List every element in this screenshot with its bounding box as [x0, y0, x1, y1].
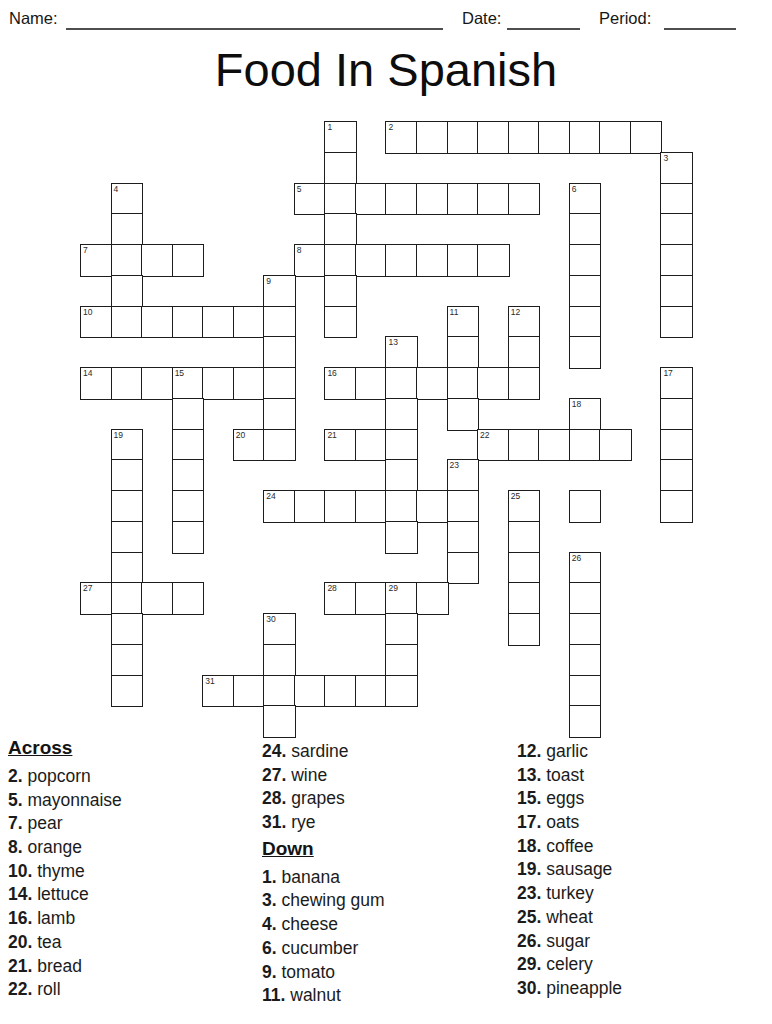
clue-word: orange [23, 837, 82, 857]
grid-cell-r12c16[interactable] [570, 491, 601, 522]
clue-number-label: 16. [8, 908, 32, 928]
grid-cell-r9c10[interactable] [386, 399, 417, 430]
clue-3-down: 3. chewing gum [262, 889, 514, 913]
clue-number-label: 10. [8, 861, 32, 881]
grid-cell-r8c5[interactable] [234, 368, 265, 399]
grid-cell-r0c18[interactable] [631, 122, 662, 153]
grid-cell-r13c10[interactable] [386, 522, 417, 553]
clue-number-label: 13. [517, 765, 541, 785]
grid-cell-r8c2[interactable] [142, 368, 173, 399]
clue-number-label: 17. [517, 812, 541, 832]
grid-cell-r17c1[interactable] [112, 645, 143, 676]
grid-cell-r18c5[interactable] [234, 676, 265, 707]
grid-cell-r18c1[interactable] [112, 676, 143, 707]
clue-word: chewing gum [277, 890, 385, 910]
name-label: Name: [9, 9, 58, 28]
grid-cell-r6c16[interactable] [570, 307, 601, 338]
grid-cell-r6c1[interactable] [112, 307, 143, 338]
grid-cell-r4c16[interactable] [570, 245, 601, 276]
clue-20-across: 20. tea [8, 931, 260, 955]
clue-word: bread [32, 956, 82, 976]
grid-cell-r6c12[interactable]: 11 [448, 307, 479, 338]
grid-cell-r12c3[interactable] [173, 491, 204, 522]
clue-word: wine [286, 765, 327, 785]
grid-cell-r7c16[interactable] [570, 337, 601, 368]
grid-cell-r6c0[interactable]: 10 [81, 307, 112, 338]
grid-cell-r18c10[interactable] [386, 676, 417, 707]
clue-number-8: 8 [297, 246, 302, 255]
clue-word: tea [32, 932, 61, 952]
grid-cell-r8c4[interactable] [203, 368, 234, 399]
clue-word: banana [277, 867, 340, 887]
clue-8-across: 8. orange [8, 836, 260, 860]
clue-13-down: 13. toast [517, 764, 769, 788]
clue-number-26: 26 [572, 554, 581, 563]
grid-cell-r12c11[interactable] [417, 491, 448, 522]
clue-number-label: 29. [517, 954, 541, 974]
grid-cell-r19c16[interactable] [570, 706, 601, 737]
clue-number-label: 31. [262, 812, 286, 832]
grid-cell-r4c19[interactable] [661, 245, 692, 276]
grid-cell-r15c2[interactable] [142, 583, 173, 614]
clue-word: coffee [541, 836, 593, 856]
clue-word: sardine [286, 741, 348, 761]
grid-cell-r16c16[interactable] [570, 614, 601, 645]
clue-9-down: 9. tomato [262, 961, 514, 985]
clue-number-16: 16 [327, 369, 336, 378]
grid-cell-r15c9[interactable] [356, 583, 387, 614]
down-header: Down [262, 838, 514, 860]
clue-word: pear [23, 813, 63, 833]
clue-column-middle: 24. sardine27. wine28. grapes31. ryeDown… [262, 740, 514, 1008]
clue-number-label: 22. [8, 979, 32, 999]
grid-cell-r18c4[interactable]: 31 [203, 676, 234, 707]
period-blank-line[interactable] [664, 12, 736, 30]
grid-cell-r8c0[interactable]: 14 [81, 368, 112, 399]
grid-cell-r13c1[interactable] [112, 522, 143, 553]
grid-cell-r4c13[interactable] [478, 245, 509, 276]
grid-cell-r8c8[interactable]: 16 [325, 368, 356, 399]
clue-number-22: 22 [480, 431, 489, 440]
grid-cell-r5c6[interactable]: 9 [264, 276, 295, 307]
clue-number-19: 19 [114, 431, 123, 440]
clue-word: lettuce [32, 884, 88, 904]
clue-18-down: 18. coffee [517, 835, 769, 859]
grid-cell-r0c12[interactable] [448, 122, 479, 153]
grid-cell-r7c10[interactable]: 13 [386, 337, 417, 368]
grid-cell-r2c1[interactable]: 4 [112, 184, 143, 215]
clue-word: celery [541, 954, 593, 974]
grid-cell-r0c17[interactable] [600, 122, 631, 153]
clue-word: popcorn [23, 766, 91, 786]
grid-cell-r12c8[interactable] [325, 491, 356, 522]
clue-number-28: 28 [327, 584, 336, 593]
grid-cell-r2c14[interactable] [509, 184, 540, 215]
grid-cell-r4c7[interactable]: 8 [295, 245, 326, 276]
grid-cell-r10c14[interactable] [509, 430, 540, 461]
grid-cell-r11c3[interactable] [173, 460, 204, 491]
grid-cell-r5c16[interactable] [570, 276, 601, 307]
clue-number-label: 24. [262, 741, 286, 761]
grid-cell-r18c16[interactable] [570, 676, 601, 707]
clue-number-label: 2. [8, 766, 23, 786]
clue-10-across: 10. thyme [8, 860, 260, 884]
clue-number-25: 25 [511, 492, 520, 501]
grid-cell-r10c13[interactable]: 22 [478, 430, 509, 461]
clue-number-label: 8. [8, 837, 23, 857]
clue-31-across: 31. rye [262, 811, 514, 835]
date-label: Date: [462, 9, 501, 28]
clue-number-label: 14. [8, 884, 32, 904]
grid-cell-r10c6[interactable] [264, 430, 295, 461]
grid-cell-r16c10[interactable] [386, 614, 417, 645]
clue-17-down: 17. oats [517, 811, 769, 835]
clue-word: rye [286, 812, 315, 832]
grid-cell-r8c1[interactable] [112, 368, 143, 399]
clue-word: toast [541, 765, 584, 785]
clue-number-label: 30. [517, 978, 541, 998]
grid-cell-r11c1[interactable] [112, 460, 143, 491]
clue-number-10: 10 [83, 308, 92, 317]
grid-cell-r4c11[interactable] [417, 245, 448, 276]
grid-cell-r0c16[interactable] [570, 122, 601, 153]
puzzle-title: Food In Spanish [0, 42, 772, 97]
grid-cell-r10c19[interactable] [661, 430, 692, 461]
clue-4-down: 4. cheese [262, 913, 514, 937]
clue-number-9: 9 [266, 277, 271, 286]
grid-cell-r9c12[interactable] [448, 399, 479, 430]
grid-cell-r10c3[interactable] [173, 430, 204, 461]
grid-cell-r0c11[interactable] [417, 122, 448, 153]
grid-cell-r6c8[interactable] [325, 307, 356, 338]
clue-14-across: 14. lettuce [8, 883, 260, 907]
grid-cell-r10c8[interactable]: 21 [325, 430, 356, 461]
clue-word: sugar [541, 931, 590, 951]
grid-cell-r15c16[interactable] [570, 583, 601, 614]
grid-cell-r18c9[interactable] [356, 676, 387, 707]
period-label: Period: [599, 9, 651, 28]
grid-cell-r17c6[interactable] [264, 645, 295, 676]
clue-word: eggs [541, 788, 584, 808]
clue-15-down: 15. eggs [517, 787, 769, 811]
clue-22-across: 22. roll [8, 978, 260, 1002]
grid-cell-r2c12[interactable] [448, 184, 479, 215]
clue-24-across: 24. sardine [262, 740, 514, 764]
grid-cell-r9c16[interactable]: 18 [570, 399, 601, 430]
clue-29-down: 29. celery [517, 953, 769, 977]
clue-number-label: 5. [8, 790, 23, 810]
grid-cell-r10c1[interactable]: 19 [112, 430, 143, 461]
across-header: Across [8, 737, 260, 759]
grid-cell-r13c3[interactable] [173, 522, 204, 553]
grid-cell-r2c7[interactable]: 5 [295, 184, 326, 215]
grid-cell-r15c14[interactable] [509, 583, 540, 614]
grid-cell-r14c14[interactable] [509, 553, 540, 584]
clue-word: garlic [541, 741, 588, 761]
grid-cell-r12c6[interactable]: 24 [264, 491, 295, 522]
clue-number-label: 7. [8, 813, 23, 833]
grid-cell-r14c12[interactable] [448, 553, 479, 584]
clue-word: pineapple [541, 978, 622, 998]
grid-cell-r13c12[interactable] [448, 522, 479, 553]
grid-cell-r0c10[interactable]: 2 [386, 122, 417, 153]
grid-cell-r6c6[interactable] [264, 307, 295, 338]
grid-cell-r15c3[interactable] [173, 583, 204, 614]
grid-cell-r8c12[interactable] [448, 368, 479, 399]
grid-cell-r5c1[interactable] [112, 276, 143, 307]
grid-cell-r18c6[interactable] [264, 676, 295, 707]
grid-cell-r7c6[interactable] [264, 337, 295, 368]
grid-cell-r18c8[interactable] [325, 676, 356, 707]
grid-cell-r0c15[interactable] [539, 122, 570, 153]
clue-28-across: 28. grapes [262, 787, 514, 811]
crossword-worksheet: Name: Date: Period: Food In Spanish 1234… [0, 0, 772, 1024]
grid-cell-r9c3[interactable] [173, 399, 204, 430]
clue-number-11: 11 [450, 308, 459, 317]
grid-cell-r12c1[interactable] [112, 491, 143, 522]
grid-cell-r15c11[interactable] [417, 583, 448, 614]
grid-cell-r12c19[interactable] [661, 491, 692, 522]
grid-cell-r2c8[interactable] [325, 184, 356, 215]
grid-cell-r0c13[interactable] [478, 122, 509, 153]
clue-word: oats [541, 812, 579, 832]
grid-cell-r14c1[interactable] [112, 553, 143, 584]
grid-cell-r8c9[interactable] [356, 368, 387, 399]
clue-word: tomato [277, 962, 335, 982]
grid-cell-r16c6[interactable]: 30 [264, 614, 295, 645]
clue-number-23: 23 [450, 461, 459, 470]
clue-number-12: 12 [511, 308, 520, 317]
grid-cell-r10c5[interactable]: 20 [234, 430, 265, 461]
grid-cell-r9c19[interactable] [661, 399, 692, 430]
clue-number-label: 3. [262, 890, 277, 910]
clue-number-label: 12. [517, 741, 541, 761]
grid-cell-r7c12[interactable] [448, 337, 479, 368]
grid-cell-r4c1[interactable] [112, 245, 143, 276]
clue-word: mayonnaise [23, 790, 122, 810]
grid-cell-r10c17[interactable] [600, 430, 631, 461]
grid-cell-r8c13[interactable] [478, 368, 509, 399]
grid-cell-r2c10[interactable] [386, 184, 417, 215]
grid-cell-r12c12[interactable] [448, 491, 479, 522]
clue-number-label: 25. [517, 907, 541, 927]
grid-cell-r5c8[interactable] [325, 276, 356, 307]
grid-cell-r6c5[interactable] [234, 307, 265, 338]
grid-cell-r16c1[interactable] [112, 614, 143, 645]
clue-number-label: 1. [262, 867, 277, 887]
clue-number-29: 29 [388, 584, 397, 593]
grid-cell-r8c19[interactable]: 17 [661, 368, 692, 399]
clue-number-label: 27. [262, 765, 286, 785]
grid-cell-r1c8[interactable] [325, 153, 356, 184]
grid-cell-r15c10[interactable]: 29 [386, 583, 417, 614]
clue-number-label: 26. [517, 931, 541, 951]
name-blank-line[interactable] [66, 12, 443, 30]
clue-number-20: 20 [236, 431, 245, 440]
grid-cell-r7c14[interactable] [509, 337, 540, 368]
grid-cell-r4c0[interactable]: 7 [81, 245, 112, 276]
clue-number-7: 7 [83, 246, 88, 255]
grid-cell-r15c1[interactable] [112, 583, 143, 614]
clue-number-label: 19. [517, 859, 541, 879]
clue-30-down: 30. pineapple [517, 977, 769, 1001]
clue-7-across: 7. pear [8, 812, 260, 836]
grid-cell-r6c2[interactable] [142, 307, 173, 338]
clue-number-label: 18. [517, 836, 541, 856]
clue-number-24: 24 [266, 492, 275, 501]
clue-number-label: 11. [262, 985, 285, 1005]
grid-cell-r2c11[interactable] [417, 184, 448, 215]
grid-cell-r6c19[interactable] [661, 307, 692, 338]
clue-number-label: 9. [262, 962, 277, 982]
clue-number-1: 1 [327, 123, 332, 132]
grid-cell-r11c10[interactable] [386, 460, 417, 491]
grid-cell-r8c10[interactable] [386, 368, 417, 399]
grid-cell-r3c8[interactable] [325, 214, 356, 245]
clue-number-14: 14 [83, 369, 92, 378]
grid-cell-r16c14[interactable] [509, 614, 540, 645]
grid-cell-r17c16[interactable] [570, 645, 601, 676]
crossword-grid: 1234567891011121314151617181920212223242… [81, 122, 692, 737]
clue-word: cucumber [277, 938, 359, 958]
grid-cell-r4c2[interactable] [142, 245, 173, 276]
clue-6-down: 6. cucumber [262, 937, 514, 961]
clue-number-30: 30 [266, 615, 275, 624]
grid-cell-r3c19[interactable] [661, 214, 692, 245]
clue-word: walnut [285, 985, 340, 1005]
grid-cell-r17c10[interactable] [386, 645, 417, 676]
clue-21-across: 21. bread [8, 955, 260, 979]
grid-cell-r1c19[interactable]: 3 [661, 153, 692, 184]
clue-number-15: 15 [175, 369, 184, 378]
clue-number-4: 4 [114, 185, 119, 194]
clue-1-down: 1. banana [262, 866, 514, 890]
clue-word: grapes [286, 788, 344, 808]
grid-cell-r6c14[interactable]: 12 [509, 307, 540, 338]
clue-27-across: 27. wine [262, 764, 514, 788]
clue-number-label: 4. [262, 914, 277, 934]
grid-cell-r14c16[interactable]: 26 [570, 553, 601, 584]
clue-5-across: 5. mayonnaise [8, 789, 260, 813]
clue-number-label: 28. [262, 788, 286, 808]
clue-number-31: 31 [205, 677, 214, 686]
clue-number-6: 6 [572, 185, 577, 194]
grid-cell-r5c19[interactable] [661, 276, 692, 307]
clue-19-down: 19. sausage [517, 858, 769, 882]
clue-number-label: 6. [262, 938, 277, 958]
clue-word: cheese [277, 914, 338, 934]
grid-cell-r13c14[interactable] [509, 522, 540, 553]
clue-word: roll [32, 979, 60, 999]
grid-cell-r8c6[interactable] [264, 368, 295, 399]
clue-column-across: Across2. popcorn5. mayonnaise7. pear8. o… [8, 737, 260, 1002]
grid-cell-r15c0[interactable]: 27 [81, 583, 112, 614]
grid-cell-r12c7[interactable] [295, 491, 326, 522]
grid-cell-r8c11[interactable] [417, 368, 448, 399]
clue-word: lamb [32, 908, 75, 928]
grid-cell-r2c16[interactable]: 6 [570, 184, 601, 215]
clue-number-3: 3 [663, 154, 668, 163]
clue-number-2: 2 [388, 123, 393, 132]
grid-cell-r18c7[interactable] [295, 676, 326, 707]
clue-number-label: 21. [8, 956, 32, 976]
grid-cell-r4c12[interactable] [448, 245, 479, 276]
date-blank-line[interactable] [507, 12, 580, 30]
clue-number-17: 17 [663, 369, 672, 378]
grid-cell-r9c6[interactable] [264, 399, 295, 430]
grid-cell-r11c12[interactable]: 23 [448, 460, 479, 491]
clue-16-across: 16. lamb [8, 907, 260, 931]
grid-cell-r0c8[interactable]: 1 [325, 122, 356, 153]
grid-cell-r6c4[interactable] [203, 307, 234, 338]
clue-number-13: 13 [388, 338, 397, 347]
grid-cell-r2c13[interactable] [478, 184, 509, 215]
grid-cell-r10c9[interactable] [356, 430, 387, 461]
grid-cell-r0c14[interactable] [509, 122, 540, 153]
clue-2-across: 2. popcorn [8, 765, 260, 789]
clue-number-27: 27 [83, 584, 92, 593]
grid-cell-r15c8[interactable]: 28 [325, 583, 356, 614]
clue-word: wheat [541, 907, 593, 927]
clue-23-down: 23. turkey [517, 882, 769, 906]
grid-cell-r12c14[interactable]: 25 [509, 491, 540, 522]
grid-cell-r4c8[interactable] [325, 245, 356, 276]
clue-12-down: 12. garlic [517, 740, 769, 764]
grid-cell-r10c10[interactable] [386, 430, 417, 461]
grid-cell-r19c6[interactable] [264, 706, 295, 737]
clue-number-21: 21 [327, 431, 336, 440]
clue-number-5: 5 [297, 185, 302, 194]
clue-number-label: 23. [517, 883, 541, 903]
grid-cell-r11c19[interactable] [661, 460, 692, 491]
grid-cell-r4c3[interactable] [173, 245, 204, 276]
clue-11-down: 11. walnut [262, 984, 514, 1008]
grid-cell-r12c9[interactable] [356, 491, 387, 522]
grid-cell-r3c16[interactable] [570, 214, 601, 245]
clue-word: turkey [541, 883, 594, 903]
clue-number-18: 18 [572, 400, 581, 409]
clue-26-down: 26. sugar [517, 930, 769, 954]
grid-cell-r8c3[interactable]: 15 [173, 368, 204, 399]
grid-cell-r2c19[interactable] [661, 184, 692, 215]
clue-column-down: 12. garlic13. toast15. eggs17. oats18. c… [517, 740, 769, 1001]
grid-cell-r3c1[interactable] [112, 214, 143, 245]
grid-cell-r10c15[interactable] [539, 430, 570, 461]
clue-25-down: 25. wheat [517, 906, 769, 930]
grid-cell-r4c9[interactable] [356, 245, 387, 276]
clue-number-label: 20. [8, 932, 32, 952]
grid-cell-r12c10[interactable] [386, 491, 417, 522]
grid-cell-r8c14[interactable] [509, 368, 540, 399]
grid-cell-r10c16[interactable] [570, 430, 601, 461]
clue-number-label: 15. [517, 788, 541, 808]
grid-cell-r2c9[interactable] [356, 184, 387, 215]
grid-cell-r4c10[interactable] [386, 245, 417, 276]
grid-cell-r6c3[interactable] [173, 307, 204, 338]
clue-word: sausage [541, 859, 612, 879]
clue-word: thyme [32, 861, 85, 881]
